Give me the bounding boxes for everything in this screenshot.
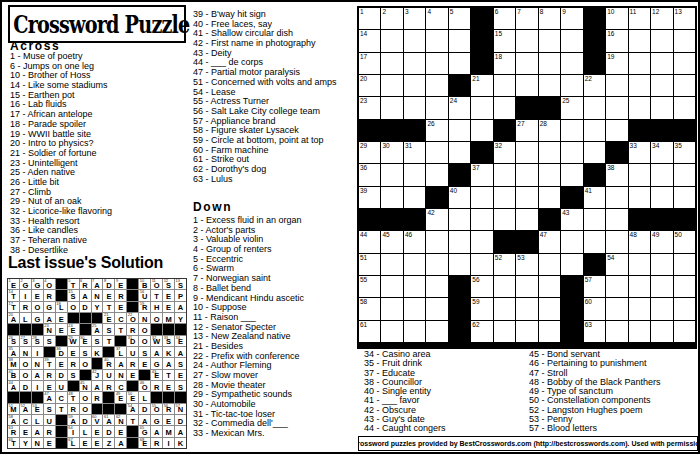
- puzzle-cell[interactable]: [404, 97, 425, 118]
- puzzle-cell[interactable]: [426, 231, 447, 252]
- block-cell: [80, 313, 91, 323]
- puzzle-cell[interactable]: 58: [359, 298, 380, 319]
- puzzle-cell[interactable]: [539, 276, 560, 297]
- solution-cell: 49E: [115, 392, 126, 402]
- solution-cell: K: [175, 438, 186, 448]
- puzzle-cell[interactable]: [584, 231, 605, 252]
- cell-number: 22: [585, 75, 592, 82]
- puzzle-cell[interactable]: 17: [359, 53, 380, 74]
- clue: 36 - Like candles: [10, 226, 188, 236]
- puzzle-cell[interactable]: [606, 231, 627, 252]
- clue: 29 - Sympathetic sounds: [193, 390, 356, 400]
- puzzle-cell[interactable]: 5: [449, 8, 470, 29]
- block-cell: [494, 120, 515, 141]
- puzzle-cell[interactable]: [629, 187, 650, 208]
- solution-cell: E: [115, 302, 126, 312]
- solution-letter: P: [175, 292, 186, 300]
- puzzle-cell[interactable]: [426, 254, 447, 275]
- down-header: Down: [193, 200, 232, 214]
- solution-cell: 54A: [127, 404, 138, 414]
- puzzle-cell[interactable]: [381, 75, 402, 96]
- solution-letter: N: [32, 360, 43, 368]
- puzzle-cell[interactable]: 23: [359, 97, 380, 118]
- puzzle-cell[interactable]: [426, 276, 447, 297]
- cell-number: 31: [405, 142, 412, 149]
- puzzle-cell[interactable]: [606, 321, 627, 342]
- puzzle-cell[interactable]: 16: [606, 30, 627, 51]
- solution-cell: 26S: [8, 336, 19, 346]
- solution-letter: E: [151, 372, 162, 380]
- clue: 4 - Group of renters: [193, 245, 356, 255]
- puzzle-cell[interactable]: 63: [584, 321, 605, 342]
- solution-letter: G: [151, 417, 162, 425]
- puzzle-cell[interactable]: 19: [606, 53, 627, 74]
- clue: 29 - Nut of an oak: [10, 197, 188, 207]
- solution-letter: T: [163, 372, 174, 380]
- cell-number: 32: [495, 142, 502, 149]
- clue: 56 - Salt Lake City college team: [193, 107, 356, 117]
- puzzle-cell[interactable]: [516, 321, 537, 342]
- solution-letter: R: [44, 372, 55, 380]
- puzzle-cell[interactable]: [629, 75, 650, 96]
- puzzle-cell[interactable]: [674, 187, 695, 208]
- puzzle-cell[interactable]: [494, 75, 515, 96]
- puzzle-cell[interactable]: 39: [359, 187, 380, 208]
- puzzle-cell[interactable]: [449, 142, 470, 163]
- puzzle-cell[interactable]: 2: [381, 8, 402, 29]
- puzzle-cell[interactable]: 57: [584, 276, 605, 297]
- puzzle-cell[interactable]: [539, 321, 560, 342]
- puzzle-cell[interactable]: 34: [651, 142, 672, 163]
- puzzle-cell[interactable]: 8: [539, 8, 560, 29]
- solution-letter: B: [139, 281, 150, 289]
- puzzle-cell[interactable]: [449, 120, 470, 141]
- puzzle-cell[interactable]: 52: [494, 254, 515, 275]
- puzzle-cell[interactable]: 50: [674, 231, 695, 252]
- solution-letter: G: [44, 304, 55, 312]
- cell-number: 3: [405, 8, 409, 15]
- puzzle-cell[interactable]: [561, 254, 582, 275]
- solution-cell: A: [163, 358, 174, 368]
- puzzle-cell[interactable]: [561, 75, 582, 96]
- solution-letter: A: [68, 417, 79, 425]
- puzzle-cell[interactable]: [381, 298, 402, 319]
- puzzle-cell[interactable]: 48: [629, 231, 650, 252]
- puzzle-cell[interactable]: [449, 30, 470, 51]
- block-cell: [516, 97, 537, 118]
- puzzle-cell[interactable]: [561, 53, 582, 74]
- cell-number: 33: [630, 142, 637, 149]
- puzzle-cell[interactable]: 36: [359, 164, 380, 185]
- cell-number: 48: [630, 231, 637, 238]
- puzzle-cell[interactable]: 35: [674, 142, 695, 163]
- puzzle-cell[interactable]: 38: [606, 164, 627, 185]
- solution-cell: N: [92, 290, 103, 300]
- puzzle-cell[interactable]: [584, 97, 605, 118]
- puzzle-cell[interactable]: 20: [359, 75, 380, 96]
- puzzle-cell[interactable]: [651, 276, 672, 297]
- puzzle-cell[interactable]: [674, 53, 695, 74]
- solution-letter: S: [175, 281, 186, 289]
- puzzle-cell[interactable]: [651, 30, 672, 51]
- solution-letter: E: [80, 338, 91, 346]
- clue: 44 - ___ de corps: [193, 58, 356, 68]
- puzzle-cell[interactable]: [404, 75, 425, 96]
- puzzle-cell[interactable]: 9: [561, 8, 582, 29]
- solution-letter: A: [127, 406, 138, 414]
- puzzle-cell[interactable]: 11: [629, 8, 650, 29]
- puzzle-cell[interactable]: [494, 321, 515, 342]
- solution-letter: E: [115, 428, 126, 436]
- puzzle-cell[interactable]: [381, 164, 402, 185]
- cell-number: 24: [450, 97, 457, 104]
- puzzle-cell[interactable]: [674, 321, 695, 342]
- solution-letter: E: [115, 281, 126, 289]
- solution-letter: E: [80, 440, 91, 448]
- puzzle-cell[interactable]: 47: [539, 231, 560, 252]
- solution-cell: S: [92, 336, 103, 346]
- puzzle-cell[interactable]: [404, 276, 425, 297]
- solution-letter: L: [20, 315, 31, 323]
- puzzle-cell[interactable]: [381, 97, 402, 118]
- puzzle-cell[interactable]: 44: [359, 231, 380, 252]
- puzzle-cell[interactable]: [539, 142, 560, 163]
- puzzle-cell[interactable]: [606, 187, 627, 208]
- puzzle-cell[interactable]: [494, 164, 515, 185]
- solution-letter: S: [175, 360, 186, 368]
- puzzle-cell[interactable]: [651, 75, 672, 96]
- puzzle-cell[interactable]: [404, 30, 425, 51]
- solution-cell: R: [20, 302, 31, 312]
- solution-letter: A: [139, 417, 150, 425]
- puzzle-cell[interactable]: [674, 276, 695, 297]
- block-cell: [92, 404, 103, 414]
- solution-cell: O: [151, 313, 162, 323]
- puzzle-cell[interactable]: [516, 187, 537, 208]
- puzzle-cell[interactable]: [606, 120, 627, 141]
- puzzle-cell[interactable]: [539, 187, 560, 208]
- solution-letter: T: [68, 281, 79, 289]
- solution-letter: T: [44, 360, 55, 368]
- puzzle-cell[interactable]: [561, 164, 582, 185]
- puzzle-cell[interactable]: [651, 53, 672, 74]
- puzzle-cell[interactable]: [449, 254, 470, 275]
- puzzle-cell[interactable]: [629, 53, 650, 74]
- cell-number: 58: [360, 298, 367, 305]
- puzzle-cell[interactable]: [494, 187, 515, 208]
- puzzle-cell[interactable]: 13: [674, 8, 695, 29]
- solution-letter: R: [8, 428, 19, 436]
- solution-cell: E: [32, 290, 43, 300]
- puzzle-cell[interactable]: [516, 142, 537, 163]
- puzzle-cell[interactable]: [426, 298, 447, 319]
- puzzle-cell[interactable]: [516, 298, 537, 319]
- solution-letter: D: [80, 304, 91, 312]
- solution-cell: E: [56, 313, 67, 323]
- puzzle-cell[interactable]: [561, 30, 582, 51]
- puzzle-cell[interactable]: [674, 254, 695, 275]
- solution-cell: D: [139, 404, 150, 414]
- puzzle-cell[interactable]: 15: [494, 30, 515, 51]
- solution-cell: A: [139, 415, 150, 425]
- puzzle-cell[interactable]: 42: [426, 209, 447, 230]
- solution-cell: R: [103, 381, 114, 391]
- cell-number: 10: [607, 8, 614, 15]
- puzzle-cell[interactable]: [651, 187, 672, 208]
- puzzle-cell[interactable]: 4: [426, 8, 447, 29]
- puzzle-cell[interactable]: [606, 97, 627, 118]
- solution-letter: N: [115, 372, 126, 380]
- puzzle-cell[interactable]: [539, 164, 560, 185]
- puzzle-cell[interactable]: 31: [404, 142, 425, 163]
- cell-number: 8: [540, 8, 544, 15]
- puzzle-cell[interactable]: 12: [651, 8, 672, 29]
- solution-letter: S: [44, 338, 55, 346]
- puzzle-cell[interactable]: 25: [561, 97, 582, 118]
- puzzle-cell[interactable]: [426, 30, 447, 51]
- puzzle-cell[interactable]: 27: [516, 120, 537, 141]
- clue: 30 - Automobile: [193, 400, 356, 410]
- puzzle-cell[interactable]: 41: [584, 187, 605, 208]
- puzzle-cell[interactable]: 46: [404, 231, 425, 252]
- solution-cell: 28S: [32, 336, 43, 346]
- solution-letter: C: [115, 315, 126, 323]
- puzzle-cell[interactable]: [674, 97, 695, 118]
- puzzle-cell[interactable]: 56: [471, 276, 492, 297]
- puzzle-cell[interactable]: [674, 75, 695, 96]
- puzzle-cell[interactable]: 40: [449, 187, 470, 208]
- solution-letter: A: [175, 428, 186, 436]
- puzzle-cell[interactable]: 61: [359, 321, 380, 342]
- puzzle-cell[interactable]: [561, 142, 582, 163]
- puzzle-cell[interactable]: [404, 321, 425, 342]
- puzzle-cell[interactable]: [471, 120, 492, 141]
- puzzle-cell[interactable]: [651, 298, 672, 319]
- puzzle-cell[interactable]: [494, 276, 515, 297]
- puzzle-cell[interactable]: [629, 321, 650, 342]
- puzzle-cell[interactable]: [629, 276, 650, 297]
- puzzle-cell[interactable]: 45: [381, 231, 402, 252]
- solution-cell: 25A: [92, 324, 103, 334]
- solution-letter: D: [103, 281, 114, 289]
- solution-header: Last issue's Solution: [8, 254, 163, 272]
- puzzle-cell[interactable]: [584, 142, 605, 163]
- puzzle-cell[interactable]: [471, 187, 492, 208]
- puzzle-cell[interactable]: [404, 298, 425, 319]
- block-cell: [651, 120, 672, 141]
- solution-letter: A: [8, 349, 19, 357]
- solution-cell: 15S: [68, 290, 79, 300]
- puzzle-cell[interactable]: [674, 30, 695, 51]
- puzzle-cell[interactable]: [561, 231, 582, 252]
- puzzle-cell[interactable]: [584, 209, 605, 230]
- puzzle-cell[interactable]: [404, 53, 425, 74]
- puzzle-cell[interactable]: [381, 321, 402, 342]
- puzzle-cell[interactable]: 53: [516, 254, 537, 275]
- puzzle-cell[interactable]: [584, 120, 605, 141]
- solution-cell: R: [44, 290, 55, 300]
- solution-letter: N: [44, 326, 55, 334]
- puzzle-cell[interactable]: [426, 142, 447, 163]
- puzzle-cell[interactable]: 18: [494, 53, 515, 74]
- puzzle-grid: 1234567891011121314151617181920212223242…: [357, 6, 697, 344]
- solution-letter: S: [68, 372, 79, 380]
- solution-cell: E: [20, 426, 31, 436]
- puzzle-cell[interactable]: [629, 164, 650, 185]
- puzzle-cell[interactable]: [629, 97, 650, 118]
- puzzle-cell[interactable]: 49: [651, 231, 672, 252]
- solution-letter: E: [103, 292, 114, 300]
- solution-letter: O: [139, 326, 150, 334]
- puzzle-cell[interactable]: [404, 254, 425, 275]
- clue: 46 - Pertaining to punishment: [529, 359, 697, 368]
- solution-cell: R: [44, 426, 55, 436]
- solution-cell: C: [115, 381, 126, 391]
- cell-number: 15: [495, 30, 502, 37]
- puzzle-cell[interactable]: 37: [471, 164, 492, 185]
- puzzle-cell[interactable]: 6: [494, 8, 515, 29]
- puzzle-cell[interactable]: [516, 75, 537, 96]
- puzzle-cell[interactable]: 43: [561, 209, 582, 230]
- solution-letter: T: [8, 440, 19, 448]
- puzzle-cell[interactable]: [426, 164, 447, 185]
- puzzle-cell[interactable]: [494, 298, 515, 319]
- puzzle-cell[interactable]: 62: [471, 321, 492, 342]
- puzzle-cell[interactable]: 26: [426, 120, 447, 141]
- puzzle-cell[interactable]: 1: [359, 8, 380, 29]
- puzzle-cell[interactable]: 51: [359, 254, 380, 275]
- puzzle-cell[interactable]: 22: [584, 75, 605, 96]
- puzzle-cell[interactable]: [381, 187, 402, 208]
- puzzle-cell[interactable]: [381, 276, 402, 297]
- puzzle-cell[interactable]: [381, 254, 402, 275]
- puzzle-cell[interactable]: 21: [471, 75, 492, 96]
- puzzle-cell[interactable]: [629, 298, 650, 319]
- puzzle-cell[interactable]: 30: [381, 142, 402, 163]
- puzzle-cell[interactable]: [449, 53, 470, 74]
- puzzle-cell[interactable]: 60: [584, 298, 605, 319]
- puzzle-cell[interactable]: [539, 254, 560, 275]
- puzzle-cell[interactable]: [651, 254, 672, 275]
- down-clue-list: 1 - Excess fluid in an organ2 - Actor's …: [193, 216, 356, 439]
- puzzle-cell[interactable]: [539, 30, 560, 51]
- across-header: Across: [10, 39, 60, 53]
- puzzle-cell[interactable]: [381, 53, 402, 74]
- puzzle-cell[interactable]: [381, 30, 402, 51]
- puzzle-cell[interactable]: [516, 209, 537, 230]
- solution-letter: A: [175, 304, 186, 312]
- solution-cell: 2G: [20, 279, 31, 289]
- puzzle-cell[interactable]: [471, 209, 492, 230]
- puzzle-cell[interactable]: 3: [404, 8, 425, 29]
- clue: 43 - Guy's date: [364, 415, 524, 424]
- puzzle-cell[interactable]: [449, 231, 470, 252]
- solution-cell: S: [175, 381, 186, 391]
- solution-cell: L: [20, 313, 31, 323]
- puzzle-cell[interactable]: 14: [359, 30, 380, 51]
- puzzle-cell[interactable]: [449, 209, 470, 230]
- puzzle-cell[interactable]: [471, 254, 492, 275]
- puzzle-cell[interactable]: 24: [449, 97, 470, 118]
- clue: 40 - Free laces, say: [193, 20, 356, 30]
- puzzle-cell[interactable]: [539, 298, 560, 319]
- puzzle-cell[interactable]: [494, 209, 515, 230]
- solution-cell: R: [151, 381, 162, 391]
- puzzle-cell[interactable]: 59: [471, 298, 492, 319]
- puzzle-cell[interactable]: [539, 53, 560, 74]
- puzzle-cell[interactable]: [629, 30, 650, 51]
- puzzle-cell[interactable]: [651, 321, 672, 342]
- clue: 43 - Deity: [193, 49, 356, 59]
- puzzle-cell[interactable]: 32: [494, 142, 515, 163]
- puzzle-cell[interactable]: 7: [516, 8, 537, 29]
- solution-cell: E: [44, 381, 55, 391]
- puzzle-cell[interactable]: 33: [629, 142, 650, 163]
- puzzle-cell[interactable]: [426, 75, 447, 96]
- solution-cell: 44A: [8, 381, 19, 391]
- clue: 59 - Circle at bottom, point at top: [193, 136, 356, 146]
- solution-cell: N: [115, 370, 126, 380]
- puzzle-cell[interactable]: 55: [359, 276, 380, 297]
- clue: 23 - Unintelligent: [10, 159, 188, 169]
- puzzle-cell[interactable]: 10: [606, 8, 627, 29]
- block-cell: [449, 164, 470, 185]
- cell-number: 46: [405, 231, 412, 238]
- puzzle-cell[interactable]: 29: [359, 142, 380, 163]
- puzzle-cell[interactable]: [629, 254, 650, 275]
- puzzle-cell[interactable]: [426, 321, 447, 342]
- solution-letter: E: [175, 372, 186, 380]
- puzzle-cell[interactable]: [606, 209, 627, 230]
- solution-letter: O: [68, 304, 79, 312]
- puzzle-cell[interactable]: [516, 53, 537, 74]
- puzzle-cell[interactable]: [471, 97, 492, 118]
- puzzle-cell[interactable]: 54: [606, 254, 627, 275]
- puzzle-cell[interactable]: [516, 164, 537, 185]
- puzzle-cell[interactable]: [651, 97, 672, 118]
- puzzle-cell[interactable]: [606, 276, 627, 297]
- puzzle-cell[interactable]: [539, 75, 560, 96]
- puzzle-cell[interactable]: [471, 231, 492, 252]
- puzzle-cell[interactable]: [494, 97, 515, 118]
- solution-cell: 45N: [80, 381, 91, 391]
- solution-letter: R: [151, 383, 162, 391]
- puzzle-cell[interactable]: [404, 187, 425, 208]
- puzzle-cell[interactable]: [516, 276, 537, 297]
- solution-cell: E: [175, 370, 186, 380]
- puzzle-cell[interactable]: [674, 298, 695, 319]
- puzzle-cell[interactable]: [606, 75, 627, 96]
- clue: 10 - Suppose: [193, 303, 356, 313]
- puzzle-cell[interactable]: [516, 30, 537, 51]
- puzzle-cell[interactable]: [651, 164, 672, 185]
- puzzle-cell[interactable]: [606, 298, 627, 319]
- solution-cell: C: [115, 313, 126, 323]
- puzzle-cell[interactable]: [426, 97, 447, 118]
- clue: 57 - Blood letters: [529, 424, 697, 433]
- puzzle-cell[interactable]: [426, 53, 447, 74]
- solution-letter: R: [20, 304, 31, 312]
- solution-letter: G: [151, 360, 162, 368]
- puzzle-cell[interactable]: 28: [539, 120, 560, 141]
- clue: 21 - Soldier of fortune: [10, 149, 188, 159]
- puzzle-cell[interactable]: [561, 120, 582, 141]
- solution-cell: U: [44, 415, 55, 425]
- solution-cell: E: [68, 347, 79, 357]
- puzzle-cell[interactable]: [404, 164, 425, 185]
- puzzle-cell[interactable]: [674, 164, 695, 185]
- solution-letter: I: [32, 349, 43, 357]
